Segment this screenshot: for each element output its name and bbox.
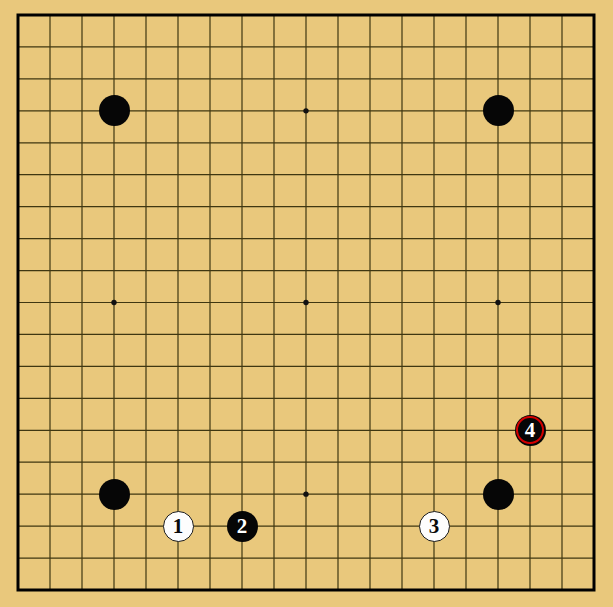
stone-black-hoshi — [99, 95, 130, 126]
stone-white-move-3: 3 — [419, 511, 450, 542]
move-number-label: 1 — [173, 515, 184, 536]
stone-black-move-4: 4 — [515, 415, 546, 446]
stone-white-move-1: 1 — [163, 511, 194, 542]
stone-black-hoshi — [483, 95, 514, 126]
stone-black-hoshi — [483, 479, 514, 510]
go-board[interactable]: 1234 — [2, 0, 610, 606]
stone-black-hoshi — [99, 479, 130, 510]
move-number-label: 2 — [237, 515, 248, 536]
stone-black-move-2: 2 — [227, 511, 258, 542]
move-number-label: 3 — [429, 515, 440, 536]
move-number-label: 4 — [525, 419, 536, 440]
go-diagram: 1234 — [0, 0, 613, 607]
